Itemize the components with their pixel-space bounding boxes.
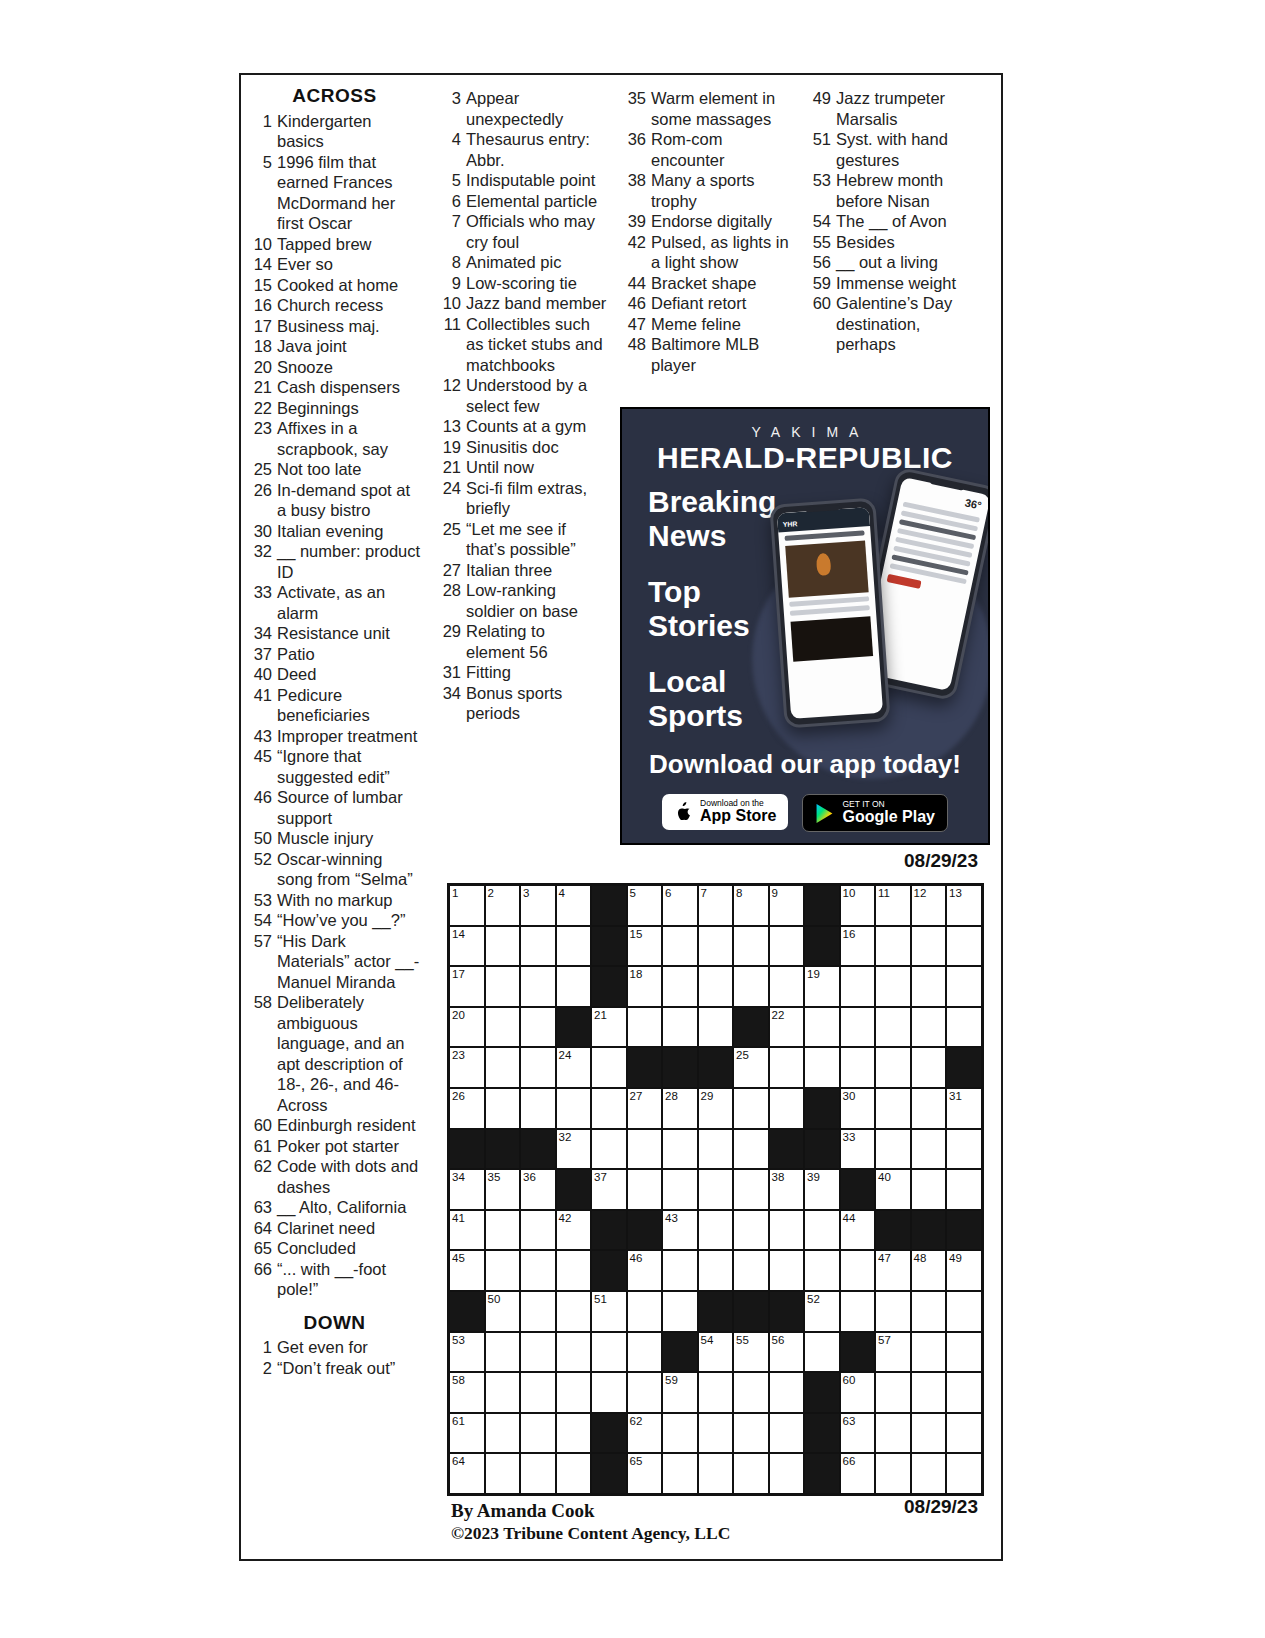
cell-r15c1[interactable]: 64 bbox=[449, 1453, 485, 1494]
clue-text: Not too late bbox=[277, 459, 421, 480]
cell-r8c11[interactable]: 39 bbox=[804, 1169, 840, 1210]
cell-r4c6[interactable] bbox=[627, 1007, 663, 1048]
cell-r4c14[interactable] bbox=[911, 1007, 947, 1048]
clue-text: Get even for bbox=[277, 1337, 421, 1358]
cell-r11c5[interactable]: 51 bbox=[591, 1291, 627, 1332]
clue-down-56: 56__ out a living bbox=[807, 252, 977, 273]
cell-r12c10[interactable]: 56 bbox=[769, 1332, 805, 1373]
cell-r1c10[interactable]: 9 bbox=[769, 885, 805, 926]
cell-r12c2[interactable] bbox=[485, 1332, 521, 1373]
cell-r2c10[interactable] bbox=[769, 926, 805, 967]
cell-r3c4[interactable] bbox=[556, 966, 592, 1007]
cell-r6c12[interactable]: 30 bbox=[840, 1088, 876, 1129]
cell-number: 61 bbox=[452, 1414, 465, 1428]
clue-number: 55 bbox=[807, 232, 836, 253]
cell-r14c9[interactable] bbox=[733, 1413, 769, 1454]
cell-r15c4[interactable] bbox=[556, 1453, 592, 1494]
clue-number: 18 bbox=[248, 336, 277, 357]
cell-r3c15[interactable] bbox=[946, 966, 982, 1007]
cell-r6c4[interactable] bbox=[556, 1088, 592, 1129]
clue-across-1: 1Kindergarten basics bbox=[248, 111, 421, 152]
phone-red-button bbox=[887, 574, 922, 589]
clue-number: 54 bbox=[248, 910, 277, 931]
clue-number: 61 bbox=[248, 1136, 277, 1157]
clue-down-53: 53Hebrew month before Nisan bbox=[807, 170, 977, 211]
cell-r6c15[interactable]: 31 bbox=[946, 1088, 982, 1129]
cell-r4c9 bbox=[733, 1007, 769, 1048]
cell-r3c9[interactable] bbox=[733, 966, 769, 1007]
cell-r11c4[interactable] bbox=[556, 1291, 592, 1332]
cell-r7c9[interactable] bbox=[733, 1129, 769, 1170]
cell-number: 52 bbox=[807, 1292, 820, 1306]
cell-r6c5[interactable] bbox=[591, 1088, 627, 1129]
cell-r10c11[interactable] bbox=[804, 1250, 840, 1291]
cell-r1c3[interactable]: 3 bbox=[520, 885, 556, 926]
cell-r1c14[interactable]: 12 bbox=[911, 885, 947, 926]
clue-number: 31 bbox=[437, 662, 466, 683]
cell-r14c15[interactable] bbox=[946, 1413, 982, 1454]
google-play-badge-big-text: Google Play bbox=[842, 809, 934, 826]
cell-r4c10[interactable]: 22 bbox=[769, 1007, 805, 1048]
clue-across-65: 65Concluded bbox=[248, 1238, 421, 1259]
clue-across-15: 15Cooked at home bbox=[248, 275, 421, 296]
cell-r2c2[interactable] bbox=[485, 926, 521, 967]
cell-r1c7[interactable]: 6 bbox=[662, 885, 698, 926]
cell-r5c11[interactable] bbox=[804, 1047, 840, 1088]
clue-number: 52 bbox=[248, 849, 277, 890]
across-clues: 1Kindergarten basics51996 film that earn… bbox=[248, 111, 421, 1300]
cell-r9c3[interactable] bbox=[520, 1210, 556, 1251]
clue-down-10: 10Jazz band member bbox=[437, 293, 608, 314]
cell-r7c3 bbox=[520, 1129, 556, 1170]
clue-text: Cash dispensers bbox=[277, 377, 421, 398]
clue-text: Thesaurus entry: Abbr. bbox=[466, 129, 608, 170]
clue-across-52: 52Oscar-winning song from “Selma” bbox=[248, 849, 421, 890]
cell-r14c5 bbox=[591, 1413, 627, 1454]
clue-number: 17 bbox=[248, 316, 277, 337]
clue-across-43: 43Improper treatment bbox=[248, 726, 421, 747]
cell-r9c7[interactable]: 43 bbox=[662, 1210, 698, 1251]
clue-text: Improper treatment bbox=[277, 726, 421, 747]
cell-r15c7[interactable] bbox=[662, 1453, 698, 1494]
cell-r11c14[interactable] bbox=[911, 1291, 947, 1332]
cell-number: 5 bbox=[630, 886, 636, 900]
copyright: ©2023 Tribune Content Agency, LLC bbox=[451, 1523, 730, 1544]
cell-r5c1[interactable]: 23 bbox=[449, 1047, 485, 1088]
cell-r11c11[interactable]: 52 bbox=[804, 1291, 840, 1332]
cell-r12c6[interactable] bbox=[627, 1332, 663, 1373]
cell-r3c11[interactable]: 19 bbox=[804, 966, 840, 1007]
cell-r4c1[interactable]: 20 bbox=[449, 1007, 485, 1048]
cell-r6c10[interactable] bbox=[769, 1088, 805, 1129]
cell-r2c3[interactable] bbox=[520, 926, 556, 967]
cell-r4c13[interactable] bbox=[875, 1007, 911, 1048]
cell-r2c14[interactable] bbox=[911, 926, 947, 967]
cell-r5c10[interactable] bbox=[769, 1047, 805, 1088]
cell-r13c3[interactable] bbox=[520, 1372, 556, 1413]
cell-r15c8[interactable] bbox=[698, 1453, 734, 1494]
clue-number: 5 bbox=[248, 152, 277, 234]
cell-r2c15[interactable] bbox=[946, 926, 982, 967]
cell-r12c8[interactable]: 54 bbox=[698, 1332, 734, 1373]
cell-r2c1[interactable]: 14 bbox=[449, 926, 485, 967]
cell-number: 21 bbox=[594, 1008, 607, 1022]
cell-r3c6[interactable]: 18 bbox=[627, 966, 663, 1007]
clue-text: Ever so bbox=[277, 254, 421, 275]
cell-r7c8[interactable] bbox=[698, 1129, 734, 1170]
clue-text: “... with __-foot pole!” bbox=[277, 1259, 421, 1300]
cell-r13c14[interactable] bbox=[911, 1372, 947, 1413]
cell-r10c4[interactable] bbox=[556, 1250, 592, 1291]
cell-r14c2[interactable] bbox=[485, 1413, 521, 1454]
cell-r13c5[interactable] bbox=[591, 1372, 627, 1413]
clue-number: 46 bbox=[622, 293, 651, 314]
cell-number: 43 bbox=[665, 1211, 678, 1225]
clue-number: 7 bbox=[437, 211, 466, 252]
cell-r4c12[interactable] bbox=[840, 1007, 876, 1048]
cell-r8c2[interactable]: 35 bbox=[485, 1169, 521, 1210]
clue-number: 34 bbox=[437, 683, 466, 724]
cell-r7c4[interactable]: 32 bbox=[556, 1129, 592, 1170]
cell-r15c12[interactable]: 66 bbox=[840, 1453, 876, 1494]
clue-text: Bracket shape bbox=[651, 273, 795, 294]
cell-r12c1[interactable]: 53 bbox=[449, 1332, 485, 1373]
cell-r14c8[interactable] bbox=[698, 1413, 734, 1454]
cell-r7c13[interactable] bbox=[875, 1129, 911, 1170]
cell-r11c7[interactable] bbox=[662, 1291, 698, 1332]
cell-r15c9[interactable] bbox=[733, 1453, 769, 1494]
cell-r3c3[interactable] bbox=[520, 966, 556, 1007]
cell-r10c12[interactable] bbox=[840, 1250, 876, 1291]
clue-number: 48 bbox=[622, 334, 651, 375]
cell-number: 54 bbox=[701, 1333, 714, 1347]
cell-r12c15[interactable] bbox=[946, 1332, 982, 1373]
cell-r3c2[interactable] bbox=[485, 966, 521, 1007]
cell-r9c10[interactable] bbox=[769, 1210, 805, 1251]
cell-number: 31 bbox=[949, 1089, 962, 1103]
cell-r11c12[interactable] bbox=[840, 1291, 876, 1332]
cell-r10c1[interactable]: 45 bbox=[449, 1250, 485, 1291]
cell-r13c15[interactable] bbox=[946, 1372, 982, 1413]
cell-r6c3[interactable] bbox=[520, 1088, 556, 1129]
cell-r9c2[interactable] bbox=[485, 1210, 521, 1251]
cell-r5c3[interactable] bbox=[520, 1047, 556, 1088]
cell-r12c14[interactable] bbox=[911, 1332, 947, 1373]
cell-r7c15[interactable] bbox=[946, 1129, 982, 1170]
cell-r7c12[interactable]: 33 bbox=[840, 1129, 876, 1170]
cell-r14c1[interactable]: 61 bbox=[449, 1413, 485, 1454]
cell-r12c9[interactable]: 55 bbox=[733, 1332, 769, 1373]
cell-r3c13[interactable] bbox=[875, 966, 911, 1007]
cell-r11c15[interactable] bbox=[946, 1291, 982, 1332]
cell-r6c7[interactable]: 28 bbox=[662, 1088, 698, 1129]
cell-r3c14[interactable] bbox=[911, 966, 947, 1007]
cell-r5c14[interactable] bbox=[911, 1047, 947, 1088]
cell-r6c1[interactable]: 26 bbox=[449, 1088, 485, 1129]
cell-r15c15[interactable] bbox=[946, 1453, 982, 1494]
clue-number: 1 bbox=[248, 1337, 277, 1358]
cell-r14c3[interactable] bbox=[520, 1413, 556, 1454]
cell-number: 35 bbox=[488, 1170, 501, 1184]
clue-across-66: 66“... with __-foot pole!” bbox=[248, 1259, 421, 1300]
cell-r13c10[interactable] bbox=[769, 1372, 805, 1413]
clue-text: Besides bbox=[836, 232, 977, 253]
cell-r9c9[interactable] bbox=[733, 1210, 769, 1251]
cell-r5c2[interactable] bbox=[485, 1047, 521, 1088]
cell-r15c14[interactable] bbox=[911, 1453, 947, 1494]
cell-r1c13[interactable]: 11 bbox=[875, 885, 911, 926]
ad-cta: Download our app today! bbox=[622, 749, 988, 780]
clue-text: Defiant retort bbox=[651, 293, 795, 314]
clue-text: Tapped brew bbox=[277, 234, 421, 255]
cell-r13c1[interactable]: 58 bbox=[449, 1372, 485, 1413]
clue-down-31: 31Fitting bbox=[437, 662, 608, 683]
cell-r2c6[interactable]: 15 bbox=[627, 926, 663, 967]
cell-r8c13[interactable]: 40 bbox=[875, 1169, 911, 1210]
clue-number: 28 bbox=[437, 580, 466, 621]
cell-r13c9[interactable] bbox=[733, 1372, 769, 1413]
cell-r6c6[interactable]: 27 bbox=[627, 1088, 663, 1129]
cell-r15c6[interactable]: 65 bbox=[627, 1453, 663, 1494]
cell-r2c13[interactable] bbox=[875, 926, 911, 967]
clue-across-32: 32__ number: product ID bbox=[248, 541, 421, 582]
cell-r8c10[interactable]: 38 bbox=[769, 1169, 805, 1210]
cell-r14c7[interactable] bbox=[662, 1413, 698, 1454]
cell-r11c6[interactable] bbox=[627, 1291, 663, 1332]
clue-number: 36 bbox=[622, 129, 651, 170]
cell-r11c9 bbox=[733, 1291, 769, 1332]
date-bottom: 08/29/23 bbox=[820, 1496, 978, 1518]
cell-r7c7[interactable] bbox=[662, 1129, 698, 1170]
cell-r8c1[interactable]: 34 bbox=[449, 1169, 485, 1210]
clue-number: 50 bbox=[248, 828, 277, 849]
cell-r2c7[interactable] bbox=[662, 926, 698, 967]
cell-r4c15[interactable] bbox=[946, 1007, 982, 1048]
clue-number: 25 bbox=[437, 519, 466, 560]
phone-screen-left: YHR bbox=[777, 507, 883, 719]
cell-r10c14[interactable]: 48 bbox=[911, 1250, 947, 1291]
cell-r15c13[interactable] bbox=[875, 1453, 911, 1494]
cell-r3c1[interactable]: 17 bbox=[449, 966, 485, 1007]
clue-text: Business maj. bbox=[277, 316, 421, 337]
clue-number: 1 bbox=[248, 111, 277, 152]
cell-r14c4[interactable] bbox=[556, 1413, 592, 1454]
cell-r8c9[interactable] bbox=[733, 1169, 769, 1210]
cell-r5c6 bbox=[627, 1047, 663, 1088]
clue-number: 4 bbox=[437, 129, 466, 170]
clue-across-5: 51996 film that earned Frances McDormand… bbox=[248, 152, 421, 234]
clue-across-61: 61Poker pot starter bbox=[248, 1136, 421, 1157]
cell-number: 62 bbox=[630, 1414, 643, 1428]
cell-number: 63 bbox=[843, 1414, 856, 1428]
cell-r10c7[interactable] bbox=[662, 1250, 698, 1291]
cell-r11c2[interactable]: 50 bbox=[485, 1291, 521, 1332]
cell-number: 23 bbox=[452, 1048, 465, 1062]
clue-number: 20 bbox=[248, 357, 277, 378]
cell-r5c12[interactable] bbox=[840, 1047, 876, 1088]
cell-r10c5 bbox=[591, 1250, 627, 1291]
cell-r1c8[interactable]: 7 bbox=[698, 885, 734, 926]
clue-text: Understood by a select few bbox=[466, 375, 608, 416]
cell-r8c7[interactable] bbox=[662, 1169, 698, 1210]
cell-r10c9[interactable] bbox=[733, 1250, 769, 1291]
cell-r10c2[interactable] bbox=[485, 1250, 521, 1291]
clue-number: 64 bbox=[248, 1218, 277, 1239]
cell-r1c6[interactable]: 5 bbox=[627, 885, 663, 926]
cell-r5c9[interactable]: 25 bbox=[733, 1047, 769, 1088]
cell-r14c12[interactable]: 63 bbox=[840, 1413, 876, 1454]
cell-r1c12[interactable]: 10 bbox=[840, 885, 876, 926]
clue-down-36: 36Rom-com encounter bbox=[622, 129, 795, 170]
cell-r11c8 bbox=[698, 1291, 734, 1332]
clue-down-39: 39Endorse digitally bbox=[622, 211, 795, 232]
cell-r1c4[interactable]: 4 bbox=[556, 885, 592, 926]
cell-r4c3[interactable] bbox=[520, 1007, 556, 1048]
clue-down-35: 35Warm element in some massages bbox=[622, 88, 795, 129]
cell-r2c4[interactable] bbox=[556, 926, 592, 967]
store-badges: Download on the App Store bbox=[622, 794, 988, 832]
clue-text: Rom-com encounter bbox=[651, 129, 795, 170]
cell-r7c5[interactable] bbox=[591, 1129, 627, 1170]
cell-r13c8[interactable] bbox=[698, 1372, 734, 1413]
cell-r2c9[interactable] bbox=[733, 926, 769, 967]
cell-r8c15[interactable] bbox=[946, 1169, 982, 1210]
cell-r5c4[interactable]: 24 bbox=[556, 1047, 592, 1088]
cell-number: 60 bbox=[843, 1373, 856, 1387]
cell-r15c3[interactable] bbox=[520, 1453, 556, 1494]
cell-r15c10[interactable] bbox=[769, 1453, 805, 1494]
cell-r14c14[interactable] bbox=[911, 1413, 947, 1454]
cell-r12c5[interactable] bbox=[591, 1332, 627, 1373]
crossword-grid: 1234567891011121314151617181920212223242… bbox=[447, 883, 984, 1496]
cell-r3c8[interactable] bbox=[698, 966, 734, 1007]
cell-number: 36 bbox=[523, 1170, 536, 1184]
cell-r3c7[interactable] bbox=[662, 966, 698, 1007]
cell-r2c8[interactable] bbox=[698, 926, 734, 967]
cell-number: 50 bbox=[488, 1292, 501, 1306]
clue-text: Java joint bbox=[277, 336, 421, 357]
cell-r1c2[interactable]: 2 bbox=[485, 885, 521, 926]
cell-r9c12[interactable]: 44 bbox=[840, 1210, 876, 1251]
cell-r9c1[interactable]: 41 bbox=[449, 1210, 485, 1251]
clue-text: Activate, as an alarm bbox=[277, 582, 421, 623]
cell-r14c10[interactable] bbox=[769, 1413, 805, 1454]
cell-r4c7[interactable] bbox=[662, 1007, 698, 1048]
clue-down-3: 3Appear unexpectedly bbox=[437, 88, 608, 129]
cell-r3c12[interactable] bbox=[840, 966, 876, 1007]
cell-r14c13[interactable] bbox=[875, 1413, 911, 1454]
cell-number: 14 bbox=[452, 927, 465, 941]
clue-column-3: 35Warm element in some massages36Rom-com… bbox=[622, 88, 795, 375]
cell-r12c13[interactable]: 57 bbox=[875, 1332, 911, 1373]
cell-r5c13[interactable] bbox=[875, 1047, 911, 1088]
cell-r13c4[interactable] bbox=[556, 1372, 592, 1413]
clue-across-16: 16Church recess bbox=[248, 295, 421, 316]
cell-number: 40 bbox=[878, 1170, 891, 1184]
clue-down-9: 9Low-scoring tie bbox=[437, 273, 608, 294]
cell-r7c14[interactable] bbox=[911, 1129, 947, 1170]
cell-r13c13[interactable] bbox=[875, 1372, 911, 1413]
cell-r13c6[interactable] bbox=[627, 1372, 663, 1413]
cell-r10c10[interactable] bbox=[769, 1250, 805, 1291]
google-play-badge[interactable]: GET IT ON Google Play bbox=[802, 794, 947, 832]
cell-r10c8[interactable] bbox=[698, 1250, 734, 1291]
cell-r1c9[interactable]: 8 bbox=[733, 885, 769, 926]
cell-r14c6[interactable]: 62 bbox=[627, 1413, 663, 1454]
cell-r13c7[interactable]: 59 bbox=[662, 1372, 698, 1413]
cell-r10c15[interactable]: 49 bbox=[946, 1250, 982, 1291]
clue-down-59: 59Immense weight bbox=[807, 273, 977, 294]
clue-column-4: 49Jazz trumpeter Marsalis51Syst. with ha… bbox=[807, 88, 977, 355]
cell-r12c11[interactable] bbox=[804, 1332, 840, 1373]
cell-r13c2[interactable] bbox=[485, 1372, 521, 1413]
cell-r1c15[interactable]: 13 bbox=[946, 885, 982, 926]
clue-text: Snooze bbox=[277, 357, 421, 378]
cell-r6c8[interactable]: 29 bbox=[698, 1088, 734, 1129]
clue-number: 56 bbox=[807, 252, 836, 273]
ad-masthead: HERALD-REPUBLIC bbox=[622, 441, 988, 475]
cell-r4c11[interactable] bbox=[804, 1007, 840, 1048]
cell-r10c6[interactable]: 46 bbox=[627, 1250, 663, 1291]
cell-r9c4[interactable]: 42 bbox=[556, 1210, 592, 1251]
clue-text: “How’ve you __?” bbox=[277, 910, 421, 931]
clue-down-38: 38Many a sports trophy bbox=[622, 170, 795, 211]
cell-r12c4[interactable] bbox=[556, 1332, 592, 1373]
cell-r13c12[interactable]: 60 bbox=[840, 1372, 876, 1413]
clue-across-54: 54“How’ve you __?” bbox=[248, 910, 421, 931]
cell-r12c3[interactable] bbox=[520, 1332, 556, 1373]
cell-r3c10[interactable] bbox=[769, 966, 805, 1007]
clue-text: Baltimore MLB player bbox=[651, 334, 795, 375]
clue-down-49: 49Jazz trumpeter Marsalis bbox=[807, 88, 977, 129]
cell-r2c12[interactable]: 16 bbox=[840, 926, 876, 967]
clue-across-34: 34Resistance unit bbox=[248, 623, 421, 644]
clue-across-58: 58Deliberately ambiguous language, and a… bbox=[248, 992, 421, 1115]
clue-text: Oscar-winning song from “Selma” bbox=[277, 849, 421, 890]
cell-r8c6[interactable] bbox=[627, 1169, 663, 1210]
clue-number: 60 bbox=[807, 293, 836, 355]
cell-r6c13[interactable] bbox=[875, 1088, 911, 1129]
cell-r10c13[interactable]: 47 bbox=[875, 1250, 911, 1291]
cell-r4c2[interactable] bbox=[485, 1007, 521, 1048]
cell-r11c3[interactable] bbox=[520, 1291, 556, 1332]
cell-r7c6[interactable] bbox=[627, 1129, 663, 1170]
cell-r4c5[interactable]: 21 bbox=[591, 1007, 627, 1048]
cell-r8c5[interactable]: 37 bbox=[591, 1169, 627, 1210]
cell-r10c3[interactable] bbox=[520, 1250, 556, 1291]
cell-r5c5[interactable] bbox=[591, 1047, 627, 1088]
cell-r9c11[interactable] bbox=[804, 1210, 840, 1251]
cell-r8c8[interactable] bbox=[698, 1169, 734, 1210]
clue-number: 53 bbox=[807, 170, 836, 211]
cell-r6c9[interactable] bbox=[733, 1088, 769, 1129]
cell-r11c13[interactable] bbox=[875, 1291, 911, 1332]
cell-r15c2[interactable] bbox=[485, 1453, 521, 1494]
cell-r9c8[interactable] bbox=[698, 1210, 734, 1251]
cell-r6c14[interactable] bbox=[911, 1088, 947, 1129]
cell-r1c1[interactable]: 1 bbox=[449, 885, 485, 926]
clue-number: 37 bbox=[248, 644, 277, 665]
clue-text: Clarinet need bbox=[277, 1218, 421, 1239]
clue-text: Low-ranking soldier on base bbox=[466, 580, 608, 621]
cell-r8c14[interactable] bbox=[911, 1169, 947, 1210]
app-store-badge[interactable]: Download on the App Store bbox=[662, 794, 788, 830]
cell-r8c3[interactable]: 36 bbox=[520, 1169, 556, 1210]
cell-r4c8[interactable] bbox=[698, 1007, 734, 1048]
clue-text: “Don’t freak out” bbox=[277, 1358, 421, 1379]
clue-across-26: 26In-demand spot at a busy bistro bbox=[248, 480, 421, 521]
cell-r6c2[interactable] bbox=[485, 1088, 521, 1129]
